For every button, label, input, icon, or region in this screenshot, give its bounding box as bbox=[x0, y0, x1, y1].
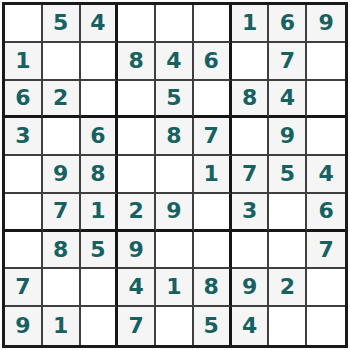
cell-r4c8[interactable]: 9 bbox=[269, 118, 307, 156]
given-digit: 9 bbox=[129, 239, 144, 261]
cell-r9c2[interactable]: 1 bbox=[43, 307, 81, 345]
cell-r8c8[interactable]: 2 bbox=[269, 269, 307, 307]
cell-r3c2[interactable]: 2 bbox=[43, 81, 81, 119]
given-digit: 4 bbox=[280, 87, 295, 109]
cell-r4c4[interactable] bbox=[118, 118, 156, 156]
cell-r9c6[interactable]: 5 bbox=[194, 307, 232, 345]
cell-r6c6[interactable] bbox=[194, 194, 232, 232]
cell-r1c9[interactable]: 9 bbox=[307, 5, 345, 43]
given-digit: 4 bbox=[242, 315, 257, 337]
given-digit: 1 bbox=[15, 50, 30, 72]
given-digit: 9 bbox=[15, 315, 30, 337]
cell-r5c8[interactable]: 5 bbox=[269, 156, 307, 194]
cell-r1c6[interactable] bbox=[194, 5, 232, 43]
cell-r8c9[interactable] bbox=[307, 269, 345, 307]
cell-r2c2[interactable] bbox=[43, 43, 81, 81]
given-digit: 7 bbox=[129, 315, 144, 337]
cell-r2c7[interactable] bbox=[232, 43, 270, 81]
given-digit: 4 bbox=[318, 163, 333, 185]
given-digit: 4 bbox=[129, 276, 144, 298]
cell-r9c3[interactable] bbox=[81, 307, 119, 345]
cell-r7c6[interactable] bbox=[194, 232, 232, 270]
cell-r5c9[interactable]: 4 bbox=[307, 156, 345, 194]
given-digit: 8 bbox=[90, 163, 105, 185]
cell-r5c1[interactable] bbox=[5, 156, 43, 194]
given-digit: 7 bbox=[318, 239, 333, 261]
cell-r2c3[interactable] bbox=[81, 43, 119, 81]
given-digit: 8 bbox=[204, 276, 219, 298]
cell-r6c8[interactable] bbox=[269, 194, 307, 232]
given-digit: 6 bbox=[90, 125, 105, 147]
given-digit: 7 bbox=[53, 200, 68, 222]
given-digit: 5 bbox=[53, 12, 68, 34]
cell-r1c3[interactable]: 4 bbox=[81, 5, 119, 43]
given-digit: 7 bbox=[242, 163, 257, 185]
cell-r2c5[interactable]: 4 bbox=[156, 43, 194, 81]
cell-r8c4[interactable]: 4 bbox=[118, 269, 156, 307]
given-digit: 4 bbox=[90, 12, 105, 34]
cell-r7c8[interactable] bbox=[269, 232, 307, 270]
given-digit: 7 bbox=[204, 125, 219, 147]
cell-r3c9[interactable] bbox=[307, 81, 345, 119]
given-digit: 1 bbox=[53, 315, 68, 337]
cell-r3c8[interactable]: 4 bbox=[269, 81, 307, 119]
given-digit: 9 bbox=[280, 125, 295, 147]
given-digit: 8 bbox=[53, 239, 68, 261]
given-digit: 4 bbox=[166, 50, 181, 72]
cell-r9c1[interactable]: 9 bbox=[5, 307, 43, 345]
given-digit: 6 bbox=[318, 200, 333, 222]
cell-r6c4[interactable]: 2 bbox=[118, 194, 156, 232]
cell-r3c3[interactable] bbox=[81, 81, 119, 119]
given-digit: 5 bbox=[90, 239, 105, 261]
given-digit: 9 bbox=[318, 12, 333, 34]
cell-r6c3[interactable]: 1 bbox=[81, 194, 119, 232]
cell-r4c1[interactable]: 3 bbox=[5, 118, 43, 156]
cell-r2c8[interactable]: 7 bbox=[269, 43, 307, 81]
cell-r5c6[interactable]: 1 bbox=[194, 156, 232, 194]
given-digit: 1 bbox=[90, 200, 105, 222]
given-digit: 9 bbox=[53, 163, 68, 185]
cell-r7c3[interactable]: 5 bbox=[81, 232, 119, 270]
cell-r1c8[interactable]: 6 bbox=[269, 5, 307, 43]
given-digit: 9 bbox=[242, 276, 257, 298]
given-digit: 5 bbox=[166, 87, 181, 109]
cell-r1c5[interactable] bbox=[156, 5, 194, 43]
given-digit: 3 bbox=[15, 125, 30, 147]
cell-r4c3[interactable]: 6 bbox=[81, 118, 119, 156]
given-digit: 6 bbox=[204, 50, 219, 72]
given-digit: 3 bbox=[242, 200, 257, 222]
cell-r6c5[interactable]: 9 bbox=[156, 194, 194, 232]
cell-r8c1[interactable]: 7 bbox=[5, 269, 43, 307]
given-digit: 2 bbox=[280, 276, 295, 298]
cell-r5c4[interactable] bbox=[118, 156, 156, 194]
cell-r9c8[interactable] bbox=[269, 307, 307, 345]
given-digit: 1 bbox=[204, 163, 219, 185]
cell-r3c6[interactable] bbox=[194, 81, 232, 119]
cell-r9c7[interactable]: 4 bbox=[232, 307, 270, 345]
cell-r1c7[interactable]: 1 bbox=[232, 5, 270, 43]
given-digit: 8 bbox=[242, 87, 257, 109]
cell-r7c9[interactable]: 7 bbox=[307, 232, 345, 270]
cell-r8c7[interactable]: 9 bbox=[232, 269, 270, 307]
cell-r9c4[interactable]: 7 bbox=[118, 307, 156, 345]
cell-r3c4[interactable] bbox=[118, 81, 156, 119]
cell-r6c1[interactable] bbox=[5, 194, 43, 232]
cell-r2c6[interactable]: 6 bbox=[194, 43, 232, 81]
given-digit: 9 bbox=[166, 200, 181, 222]
cell-r6c9[interactable]: 6 bbox=[307, 194, 345, 232]
cell-r8c6[interactable]: 8 bbox=[194, 269, 232, 307]
given-digit: 1 bbox=[242, 12, 257, 34]
cell-r8c3[interactable] bbox=[81, 269, 119, 307]
cell-r7c4[interactable]: 9 bbox=[118, 232, 156, 270]
cell-r4c6[interactable]: 7 bbox=[194, 118, 232, 156]
cell-r1c2[interactable]: 5 bbox=[43, 5, 81, 43]
cell-r7c2[interactable]: 8 bbox=[43, 232, 81, 270]
cell-r1c1[interactable] bbox=[5, 5, 43, 43]
given-digit: 6 bbox=[15, 87, 30, 109]
cell-r4c7[interactable] bbox=[232, 118, 270, 156]
sudoku-board: 5416918467625843687998175471293685977418… bbox=[2, 2, 348, 348]
cell-r5c7[interactable]: 7 bbox=[232, 156, 270, 194]
cell-r2c9[interactable] bbox=[307, 43, 345, 81]
cell-r7c1[interactable] bbox=[5, 232, 43, 270]
cell-r4c9[interactable] bbox=[307, 118, 345, 156]
cell-r7c5[interactable] bbox=[156, 232, 194, 270]
cell-r2c1[interactable]: 1 bbox=[5, 43, 43, 81]
cell-r5c3[interactable]: 8 bbox=[81, 156, 119, 194]
cell-r4c5[interactable]: 8 bbox=[156, 118, 194, 156]
given-digit: 2 bbox=[53, 87, 68, 109]
cell-r8c2[interactable] bbox=[43, 269, 81, 307]
given-digit: 8 bbox=[166, 125, 181, 147]
cell-r3c5[interactable]: 5 bbox=[156, 81, 194, 119]
cell-r1c4[interactable] bbox=[118, 5, 156, 43]
cell-r5c2[interactable]: 9 bbox=[43, 156, 81, 194]
cell-r4c2[interactable] bbox=[43, 118, 81, 156]
cell-r3c1[interactable]: 6 bbox=[5, 81, 43, 119]
cell-r9c5[interactable] bbox=[156, 307, 194, 345]
cell-r2c4[interactable]: 8 bbox=[118, 43, 156, 81]
cell-r8c5[interactable]: 1 bbox=[156, 269, 194, 307]
given-digit: 2 bbox=[129, 200, 144, 222]
cell-r6c7[interactable]: 3 bbox=[232, 194, 270, 232]
sudoku-page: 5416918467625843687998175471293685977418… bbox=[0, 0, 350, 350]
cell-r3c7[interactable]: 8 bbox=[232, 81, 270, 119]
cell-r7c7[interactable] bbox=[232, 232, 270, 270]
given-digit: 6 bbox=[280, 12, 295, 34]
given-digit: 8 bbox=[129, 50, 144, 72]
cell-r9c9[interactable] bbox=[307, 307, 345, 345]
cell-r6c2[interactable]: 7 bbox=[43, 194, 81, 232]
given-digit: 5 bbox=[280, 163, 295, 185]
given-digit: 7 bbox=[280, 50, 295, 72]
cell-r5c5[interactable] bbox=[156, 156, 194, 194]
given-digit: 7 bbox=[15, 276, 30, 298]
given-digit: 5 bbox=[204, 315, 219, 337]
given-digit: 1 bbox=[166, 276, 181, 298]
